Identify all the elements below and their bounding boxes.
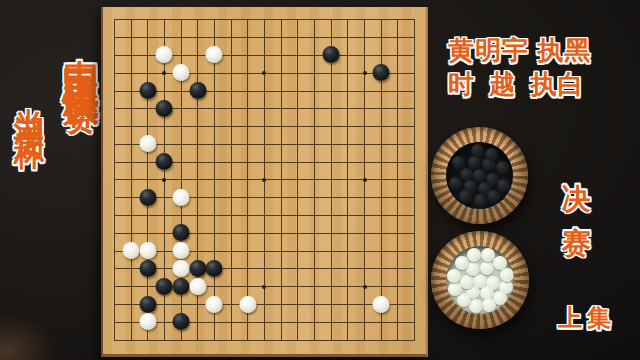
board-cell[interactable] xyxy=(356,47,373,65)
board-cell[interactable] xyxy=(206,313,223,331)
board-cell[interactable] xyxy=(340,136,357,154)
board-cell[interactable] xyxy=(356,278,373,296)
board-cell[interactable] xyxy=(373,278,390,296)
board-cell[interactable] xyxy=(156,11,173,29)
board-cell[interactable] xyxy=(373,153,390,171)
board-cell[interactable] xyxy=(273,118,290,136)
board-cell[interactable] xyxy=(206,64,223,82)
board-cell[interactable] xyxy=(139,100,156,118)
board-cell[interactable] xyxy=(273,296,290,314)
board-cell[interactable] xyxy=(273,82,290,100)
board-cell[interactable] xyxy=(189,29,206,47)
board-cell[interactable] xyxy=(390,171,407,189)
board-cell[interactable] xyxy=(356,260,373,278)
board-cell[interactable] xyxy=(239,29,256,47)
board-cell[interactable] xyxy=(290,171,307,189)
board-cell[interactable] xyxy=(390,118,407,136)
board-cell[interactable] xyxy=(290,189,307,207)
board-cell[interactable] xyxy=(106,260,123,278)
board-cell[interactable] xyxy=(373,260,390,278)
board-cell[interactable] xyxy=(106,171,123,189)
board-cell[interactable] xyxy=(156,207,173,225)
board-cell[interactable] xyxy=(189,47,206,65)
board-cell[interactable] xyxy=(373,242,390,260)
board-cell[interactable] xyxy=(373,11,390,29)
board-cell[interactable] xyxy=(206,11,223,29)
board-cell[interactable] xyxy=(306,153,323,171)
board-cell[interactable] xyxy=(123,100,140,118)
board-cell[interactable] xyxy=(340,224,357,242)
board-cell[interactable] xyxy=(290,224,307,242)
board-cell[interactable] xyxy=(156,313,173,331)
board-cell[interactable] xyxy=(340,82,357,100)
board-cell[interactable] xyxy=(256,100,273,118)
board-cell[interactable] xyxy=(239,296,256,314)
board-cell[interactable] xyxy=(239,118,256,136)
board-cell[interactable] xyxy=(123,313,140,331)
board-cell[interactable] xyxy=(323,189,340,207)
board-cell[interactable] xyxy=(106,47,123,65)
board-cell[interactable] xyxy=(290,260,307,278)
board-cell[interactable] xyxy=(156,29,173,47)
board-cell[interactable] xyxy=(256,260,273,278)
board-cell[interactable] xyxy=(206,47,223,65)
board-cell[interactable] xyxy=(189,100,206,118)
board-cell[interactable] xyxy=(273,331,290,349)
board-cell[interactable] xyxy=(189,242,206,260)
board-cell[interactable] xyxy=(306,118,323,136)
board-cell[interactable] xyxy=(356,313,373,331)
board-cell[interactable] xyxy=(173,224,190,242)
board-cell[interactable] xyxy=(273,207,290,225)
board-cell[interactable] xyxy=(256,153,273,171)
board-cell[interactable] xyxy=(123,47,140,65)
board-cell[interactable] xyxy=(123,296,140,314)
board-cell[interactable] xyxy=(273,224,290,242)
board-cell[interactable] xyxy=(189,189,206,207)
board-cell[interactable] xyxy=(206,278,223,296)
board-cell[interactable] xyxy=(340,47,357,65)
board-cell[interactable] xyxy=(373,296,390,314)
board-cell[interactable] xyxy=(406,224,423,242)
board-cell[interactable] xyxy=(406,207,423,225)
board-cell[interactable] xyxy=(206,331,223,349)
board-cell[interactable] xyxy=(123,11,140,29)
board-cell[interactable] xyxy=(340,11,357,29)
board-cell[interactable] xyxy=(239,100,256,118)
board-cell[interactable] xyxy=(106,207,123,225)
board-cell[interactable] xyxy=(273,313,290,331)
board-cell[interactable] xyxy=(189,278,206,296)
board-cell[interactable] xyxy=(373,64,390,82)
board-cell[interactable] xyxy=(340,100,357,118)
board-cell[interactable] xyxy=(340,118,357,136)
board-cell[interactable] xyxy=(390,100,407,118)
board-cell[interactable] xyxy=(173,242,190,260)
board-cell[interactable] xyxy=(256,29,273,47)
board-cell[interactable] xyxy=(306,29,323,47)
board-cell[interactable] xyxy=(106,313,123,331)
board-cell[interactable] xyxy=(390,29,407,47)
board-cell[interactable] xyxy=(156,224,173,242)
board-cell[interactable] xyxy=(223,260,240,278)
board-cell[interactable] xyxy=(173,100,190,118)
board-cell[interactable] xyxy=(206,29,223,47)
board-cell[interactable] xyxy=(123,118,140,136)
board-cell[interactable] xyxy=(373,100,390,118)
board-cell[interactable] xyxy=(239,153,256,171)
board-cell[interactable] xyxy=(273,242,290,260)
board-cell[interactable] xyxy=(156,47,173,65)
board-cell[interactable] xyxy=(239,136,256,154)
board-cell[interactable] xyxy=(373,171,390,189)
board-cell[interactable] xyxy=(323,242,340,260)
board-cell[interactable] xyxy=(139,313,156,331)
board-cell[interactable] xyxy=(406,296,423,314)
board-cell[interactable] xyxy=(390,153,407,171)
board-cell[interactable] xyxy=(323,64,340,82)
board-cell[interactable] xyxy=(256,47,273,65)
board-cell[interactable] xyxy=(373,29,390,47)
board-cell[interactable] xyxy=(173,118,190,136)
board-cell[interactable] xyxy=(106,242,123,260)
board-cell[interactable] xyxy=(406,189,423,207)
board-cell[interactable] xyxy=(206,224,223,242)
board-cell[interactable] xyxy=(340,278,357,296)
board-cell[interactable] xyxy=(239,224,256,242)
board-cell[interactable] xyxy=(306,313,323,331)
board-cell[interactable] xyxy=(139,278,156,296)
board-cell[interactable] xyxy=(273,100,290,118)
board-cell[interactable] xyxy=(256,189,273,207)
board-cell[interactable] xyxy=(106,331,123,349)
board-cell[interactable] xyxy=(340,189,357,207)
board-cell[interactable] xyxy=(189,82,206,100)
board-cell[interactable] xyxy=(173,260,190,278)
board-cell[interactable] xyxy=(406,47,423,65)
board-cell[interactable] xyxy=(123,242,140,260)
board-cell[interactable] xyxy=(189,313,206,331)
board-cell[interactable] xyxy=(123,331,140,349)
board-cell[interactable] xyxy=(356,331,373,349)
board-cell[interactable] xyxy=(123,260,140,278)
board-cell[interactable] xyxy=(173,47,190,65)
board-cell[interactable] xyxy=(356,118,373,136)
board-cell[interactable] xyxy=(373,136,390,154)
board-cell[interactable] xyxy=(189,260,206,278)
board-cell[interactable] xyxy=(273,47,290,65)
board-cell[interactable] xyxy=(223,313,240,331)
board-cell[interactable] xyxy=(340,296,357,314)
board-cell[interactable] xyxy=(256,136,273,154)
board-cell[interactable] xyxy=(206,171,223,189)
board-cell[interactable] xyxy=(239,11,256,29)
board-cell[interactable] xyxy=(106,136,123,154)
board-cell[interactable] xyxy=(373,207,390,225)
board-cell[interactable] xyxy=(139,207,156,225)
board-cell[interactable] xyxy=(223,82,240,100)
board-cell[interactable] xyxy=(256,171,273,189)
board-cell[interactable] xyxy=(340,207,357,225)
board-cell[interactable] xyxy=(189,153,206,171)
board-cell[interactable] xyxy=(323,153,340,171)
board-cell[interactable] xyxy=(239,313,256,331)
board-cell[interactable] xyxy=(156,136,173,154)
board-cell[interactable] xyxy=(406,29,423,47)
board-cell[interactable] xyxy=(106,153,123,171)
board-cell[interactable] xyxy=(340,242,357,260)
board-cell[interactable] xyxy=(356,29,373,47)
board-cell[interactable] xyxy=(356,242,373,260)
board-cell[interactable] xyxy=(106,100,123,118)
board-cell[interactable] xyxy=(256,242,273,260)
board-cell[interactable] xyxy=(189,224,206,242)
board-cell[interactable] xyxy=(340,331,357,349)
board-cell[interactable] xyxy=(356,224,373,242)
board-cell[interactable] xyxy=(273,153,290,171)
board-cell[interactable] xyxy=(223,278,240,296)
board-cell[interactable] xyxy=(323,171,340,189)
board-cell[interactable] xyxy=(390,242,407,260)
board-cell[interactable] xyxy=(139,171,156,189)
board-cell[interactable] xyxy=(373,118,390,136)
board-cell[interactable] xyxy=(323,47,340,65)
board-cell[interactable] xyxy=(123,207,140,225)
board-cell[interactable] xyxy=(323,278,340,296)
board-cell[interactable] xyxy=(390,296,407,314)
board-cell[interactable] xyxy=(189,64,206,82)
board-cell[interactable] xyxy=(139,11,156,29)
board-cell[interactable] xyxy=(340,313,357,331)
board-cell[interactable] xyxy=(273,278,290,296)
board-cell[interactable] xyxy=(356,207,373,225)
board-cell[interactable] xyxy=(390,47,407,65)
board-cell[interactable] xyxy=(256,331,273,349)
board-cell[interactable] xyxy=(290,29,307,47)
board-cell[interactable] xyxy=(223,136,240,154)
board-cell[interactable] xyxy=(306,224,323,242)
board-cell[interactable] xyxy=(139,47,156,65)
board-cell[interactable] xyxy=(323,100,340,118)
board-cell[interactable] xyxy=(290,313,307,331)
board-cell[interactable] xyxy=(356,171,373,189)
board-cell[interactable] xyxy=(139,296,156,314)
board-cell[interactable] xyxy=(273,189,290,207)
board-cell[interactable] xyxy=(406,100,423,118)
board-cell[interactable] xyxy=(356,136,373,154)
board-cell[interactable] xyxy=(323,331,340,349)
board-cell[interactable] xyxy=(290,118,307,136)
board-cell[interactable] xyxy=(390,189,407,207)
board-cell[interactable] xyxy=(173,278,190,296)
board-cell[interactable] xyxy=(206,82,223,100)
board-cell[interactable] xyxy=(356,100,373,118)
board-cell[interactable] xyxy=(406,260,423,278)
board-cell[interactable] xyxy=(406,136,423,154)
board-cell[interactable] xyxy=(323,296,340,314)
board-cell[interactable] xyxy=(223,242,240,260)
board-cell[interactable] xyxy=(156,242,173,260)
board-cell[interactable] xyxy=(173,64,190,82)
board-cell[interactable] xyxy=(373,224,390,242)
board-cell[interactable] xyxy=(340,260,357,278)
board-cell[interactable] xyxy=(173,189,190,207)
board-cell[interactable] xyxy=(106,29,123,47)
board-cell[interactable] xyxy=(206,189,223,207)
board-cell[interactable] xyxy=(173,82,190,100)
board-cell[interactable] xyxy=(139,260,156,278)
board-cell[interactable] xyxy=(156,260,173,278)
board-cell[interactable] xyxy=(239,189,256,207)
board-cell[interactable] xyxy=(306,136,323,154)
board-cell[interactable] xyxy=(406,171,423,189)
board-cell[interactable] xyxy=(390,207,407,225)
board-cell[interactable] xyxy=(223,153,240,171)
board-cell[interactable] xyxy=(223,296,240,314)
board-cell[interactable] xyxy=(123,29,140,47)
board-cell[interactable] xyxy=(390,331,407,349)
board-cell[interactable] xyxy=(239,331,256,349)
board-cell[interactable] xyxy=(306,171,323,189)
board-cell[interactable] xyxy=(139,242,156,260)
board-cell[interactable] xyxy=(239,207,256,225)
board-cell[interactable] xyxy=(173,296,190,314)
board-cell[interactable] xyxy=(406,82,423,100)
board-cell[interactable] xyxy=(290,278,307,296)
board-cell[interactable] xyxy=(223,29,240,47)
board-cell[interactable] xyxy=(156,64,173,82)
board-cell[interactable] xyxy=(139,82,156,100)
board-cell[interactable] xyxy=(206,118,223,136)
board-cell[interactable] xyxy=(340,153,357,171)
board-cell[interactable] xyxy=(290,47,307,65)
board-cell[interactable] xyxy=(206,136,223,154)
board-cell[interactable] xyxy=(223,171,240,189)
board-cell[interactable] xyxy=(273,260,290,278)
board-cell[interactable] xyxy=(390,260,407,278)
board-cell[interactable] xyxy=(373,313,390,331)
board-cell[interactable] xyxy=(340,171,357,189)
board-cell[interactable] xyxy=(273,29,290,47)
board-cell[interactable] xyxy=(139,189,156,207)
board-cell[interactable] xyxy=(323,136,340,154)
board-cell[interactable] xyxy=(223,118,240,136)
board-cell[interactable] xyxy=(256,11,273,29)
board-cell[interactable] xyxy=(390,82,407,100)
board-cell[interactable] xyxy=(239,47,256,65)
board-cell[interactable] xyxy=(256,224,273,242)
board-cell[interactable] xyxy=(106,64,123,82)
board-cell[interactable] xyxy=(139,29,156,47)
board-cell[interactable] xyxy=(223,331,240,349)
board-cell[interactable] xyxy=(256,313,273,331)
board-cell[interactable] xyxy=(206,100,223,118)
board-cell[interactable] xyxy=(390,136,407,154)
board-cell[interactable] xyxy=(340,64,357,82)
board-cell[interactable] xyxy=(273,64,290,82)
board-cell[interactable] xyxy=(373,331,390,349)
board-cell[interactable] xyxy=(139,331,156,349)
board-cell[interactable] xyxy=(356,82,373,100)
board-cell[interactable] xyxy=(123,64,140,82)
board-cell[interactable] xyxy=(189,11,206,29)
board-cell[interactable] xyxy=(139,153,156,171)
board-cell[interactable] xyxy=(273,171,290,189)
board-cell[interactable] xyxy=(239,82,256,100)
board-cell[interactable] xyxy=(239,242,256,260)
board-cell[interactable] xyxy=(406,331,423,349)
board-cell[interactable] xyxy=(206,153,223,171)
board-cell[interactable] xyxy=(239,171,256,189)
board-cell[interactable] xyxy=(290,136,307,154)
board-cell[interactable] xyxy=(123,136,140,154)
board-cell[interactable] xyxy=(323,82,340,100)
board-cell[interactable] xyxy=(373,82,390,100)
board-cell[interactable] xyxy=(106,224,123,242)
board-cell[interactable] xyxy=(290,207,307,225)
board-cell[interactable] xyxy=(106,118,123,136)
board-cell[interactable] xyxy=(156,118,173,136)
board-cell[interactable] xyxy=(256,118,273,136)
board-cell[interactable] xyxy=(356,189,373,207)
board-cell[interactable] xyxy=(273,136,290,154)
board-cell[interactable] xyxy=(340,29,357,47)
board-cell[interactable] xyxy=(223,64,240,82)
board-cell[interactable] xyxy=(173,153,190,171)
board-cell[interactable] xyxy=(173,11,190,29)
board-cell[interactable] xyxy=(156,82,173,100)
board-cell[interactable] xyxy=(323,207,340,225)
board-cell[interactable] xyxy=(390,224,407,242)
board-cell[interactable] xyxy=(256,278,273,296)
board-cell[interactable] xyxy=(156,189,173,207)
board-cell[interactable] xyxy=(306,189,323,207)
board-cell[interactable] xyxy=(290,296,307,314)
board-cell[interactable] xyxy=(223,207,240,225)
board-cell[interactable] xyxy=(206,260,223,278)
board-cell[interactable] xyxy=(390,64,407,82)
board-cell[interactable] xyxy=(390,11,407,29)
board-cell[interactable] xyxy=(306,64,323,82)
board-cell[interactable] xyxy=(323,313,340,331)
board-cell[interactable] xyxy=(173,29,190,47)
board-cell[interactable] xyxy=(156,278,173,296)
board-cell[interactable] xyxy=(290,100,307,118)
board-cell[interactable] xyxy=(173,313,190,331)
board-cell[interactable] xyxy=(123,189,140,207)
board-cell[interactable] xyxy=(306,100,323,118)
board-cell[interactable] xyxy=(256,64,273,82)
board-cell[interactable] xyxy=(189,207,206,225)
board-cell[interactable] xyxy=(406,11,423,29)
board-cell[interactable] xyxy=(356,296,373,314)
board-cell[interactable] xyxy=(256,296,273,314)
board-cell[interactable] xyxy=(156,296,173,314)
board-cell[interactable] xyxy=(189,331,206,349)
board-cell[interactable] xyxy=(156,153,173,171)
board-cell[interactable] xyxy=(189,118,206,136)
board-cell[interactable] xyxy=(306,296,323,314)
board-cell[interactable] xyxy=(373,189,390,207)
board-cell[interactable] xyxy=(323,260,340,278)
board-cell[interactable] xyxy=(406,153,423,171)
board-cell[interactable] xyxy=(223,224,240,242)
board-cell[interactable] xyxy=(206,296,223,314)
board-cell[interactable] xyxy=(106,189,123,207)
board-cell[interactable] xyxy=(156,331,173,349)
board-cell[interactable] xyxy=(406,118,423,136)
board-cell[interactable] xyxy=(189,171,206,189)
